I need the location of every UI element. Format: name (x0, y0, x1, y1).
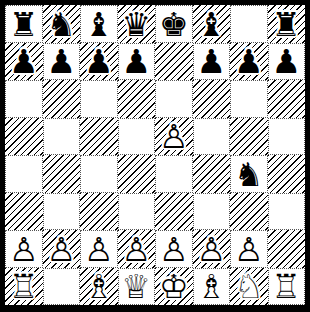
square-h1[interactable]: ♜♖ (268, 268, 306, 306)
piece-glyph: ♙ (196, 232, 226, 265)
piece-halo: ♟ (84, 232, 114, 265)
piece-glyph: ♝ (196, 7, 226, 40)
square-e3[interactable] (155, 193, 193, 231)
piece-halo: ♚ (159, 270, 189, 303)
piece-glyph: ♘ (234, 270, 264, 303)
square-h8[interactable]: ♜♜ (268, 5, 306, 43)
black-pawn-icon: ♟♟ (80, 43, 118, 81)
piece-halo: ♟ (121, 45, 151, 78)
piece-halo: ♟ (271, 45, 301, 78)
square-g8[interactable] (230, 5, 268, 43)
black-pawn-icon: ♟♟ (269, 44, 305, 80)
piece-glyph: ♞ (46, 7, 76, 40)
square-e8[interactable]: ♚♚ (155, 5, 193, 43)
piece-halo: ♟ (196, 45, 226, 78)
square-b8[interactable]: ♞♞ (43, 5, 81, 43)
piece-glyph: ♟ (271, 45, 301, 78)
square-g2[interactable]: ♟♙ (230, 230, 268, 268)
piece-halo: ♟ (159, 120, 189, 153)
chess-board: ♜♜♞♞♝♝♛♛♚♚♝♝♜♜♟♟♟♟♟♟♟♟♟♟♟♟♟♟♟♙♞♞♟♙♟♙♟♙♟♙… (5, 5, 305, 305)
piece-glyph: ♙ (46, 232, 76, 265)
square-a4[interactable] (5, 155, 43, 193)
white-queen-icon: ♛♕ (119, 269, 155, 305)
square-b4[interactable] (43, 155, 81, 193)
piece-glyph: ♔ (159, 270, 189, 303)
black-pawn-icon: ♟♟ (230, 43, 268, 81)
black-pawn-icon: ♟♟ (5, 43, 43, 81)
square-c6[interactable] (80, 80, 118, 118)
piece-halo: ♞ (234, 270, 264, 303)
square-b1[interactable] (43, 268, 81, 306)
square-d4[interactable] (118, 155, 156, 193)
square-e1[interactable]: ♚♔ (155, 268, 193, 306)
white-king-icon: ♚♔ (155, 268, 193, 306)
square-c4[interactable] (80, 155, 118, 193)
black-pawn-icon: ♟♟ (119, 44, 155, 80)
square-a8[interactable]: ♜♜ (5, 5, 43, 43)
square-a2[interactable]: ♟♙ (5, 230, 43, 268)
piece-halo: ♟ (84, 45, 114, 78)
square-c2[interactable]: ♟♙ (80, 230, 118, 268)
piece-glyph: ♖ (9, 270, 39, 303)
white-pawn-icon: ♟♙ (193, 230, 231, 268)
piece-halo: ♝ (196, 7, 226, 40)
square-b6[interactable] (43, 80, 81, 118)
square-f4[interactable] (193, 155, 231, 193)
square-b5[interactable] (43, 118, 81, 156)
black-bishop-icon: ♝♝ (81, 6, 117, 42)
square-b7[interactable]: ♟♟ (43, 43, 81, 81)
piece-halo: ♝ (84, 270, 114, 303)
piece-halo: ♟ (9, 45, 39, 78)
square-h6[interactable] (268, 80, 306, 118)
white-bishop-icon: ♝♗ (80, 268, 118, 306)
square-g6[interactable] (230, 80, 268, 118)
square-c3[interactable] (80, 193, 118, 231)
piece-halo: ♞ (46, 7, 76, 40)
piece-glyph: ♙ (9, 232, 39, 265)
black-rook-icon: ♜♜ (268, 5, 306, 43)
piece-halo: ♟ (196, 232, 226, 265)
piece-glyph: ♛ (121, 7, 151, 40)
piece-halo: ♝ (84, 7, 114, 40)
piece-glyph: ♙ (84, 232, 114, 265)
piece-halo: ♛ (121, 7, 151, 40)
piece-glyph: ♙ (159, 232, 189, 265)
piece-glyph: ♟ (234, 45, 264, 78)
piece-halo: ♟ (159, 232, 189, 265)
piece-halo: ♜ (271, 7, 301, 40)
black-pawn-icon: ♟♟ (44, 44, 80, 80)
square-e5[interactable]: ♟♙ (155, 118, 193, 156)
square-g1[interactable]: ♞♘ (230, 268, 268, 306)
square-f8[interactable]: ♝♝ (193, 5, 231, 43)
black-knight-icon: ♞♞ (43, 5, 81, 43)
square-f7[interactable]: ♟♟ (193, 43, 231, 81)
square-f6[interactable] (193, 80, 231, 118)
piece-glyph: ♗ (196, 270, 226, 303)
piece-glyph: ♟ (84, 45, 114, 78)
square-a7[interactable]: ♟♟ (5, 43, 43, 81)
piece-halo: ♟ (46, 232, 76, 265)
piece-glyph: ♙ (121, 232, 151, 265)
square-d2[interactable]: ♟♙ (118, 230, 156, 268)
square-f3[interactable] (193, 193, 231, 231)
piece-halo: ♛ (121, 270, 151, 303)
white-rook-icon: ♜♖ (5, 268, 43, 306)
piece-glyph: ♝ (84, 7, 114, 40)
square-b3[interactable] (43, 193, 81, 231)
black-knight-icon: ♞♞ (231, 156, 267, 192)
white-knight-icon: ♞♘ (230, 268, 268, 306)
black-king-icon: ♚♚ (156, 6, 192, 42)
white-pawn-icon: ♟♙ (43, 230, 81, 268)
piece-glyph: ♞ (234, 157, 264, 190)
square-c7[interactable]: ♟♟ (80, 43, 118, 81)
white-pawn-icon: ♟♙ (156, 231, 192, 267)
piece-glyph: ♟ (196, 45, 226, 78)
piece-halo: ♟ (234, 45, 264, 78)
piece-glyph: ♜ (9, 7, 39, 40)
square-h4[interactable] (268, 155, 306, 193)
piece-glyph: ♟ (121, 45, 151, 78)
square-d5[interactable] (118, 118, 156, 156)
piece-glyph: ♟ (46, 45, 76, 78)
square-f5[interactable] (193, 118, 231, 156)
black-pawn-icon: ♟♟ (194, 44, 230, 80)
white-pawn-icon: ♟♙ (6, 231, 42, 267)
square-h7[interactable]: ♟♟ (268, 43, 306, 81)
piece-halo: ♟ (46, 45, 76, 78)
piece-halo: ♜ (9, 270, 39, 303)
square-e7[interactable] (155, 43, 193, 81)
square-g4[interactable]: ♞♞ (230, 155, 268, 193)
white-pawn-icon: ♟♙ (231, 231, 267, 267)
black-bishop-icon: ♝♝ (193, 5, 231, 43)
square-e4[interactable] (155, 155, 193, 193)
square-e6[interactable] (155, 80, 193, 118)
square-d8[interactable]: ♛♛ (118, 5, 156, 43)
piece-halo: ♚ (159, 7, 189, 40)
white-pawn-icon: ♟♙ (155, 118, 193, 156)
square-d3[interactable] (118, 193, 156, 231)
square-b2[interactable]: ♟♙ (43, 230, 81, 268)
piece-halo: ♟ (121, 232, 151, 265)
piece-halo: ♟ (9, 232, 39, 265)
square-a1[interactable]: ♜♖ (5, 268, 43, 306)
piece-glyph: ♟ (9, 45, 39, 78)
piece-halo: ♜ (9, 7, 39, 40)
white-bishop-icon: ♝♗ (194, 269, 230, 305)
white-pawn-icon: ♟♙ (118, 230, 156, 268)
black-rook-icon: ♜♜ (6, 6, 42, 42)
square-a3[interactable] (5, 193, 43, 231)
square-c1[interactable]: ♝♗ (80, 268, 118, 306)
piece-halo: ♟ (234, 232, 264, 265)
square-g5[interactable] (230, 118, 268, 156)
white-pawn-icon: ♟♙ (81, 231, 117, 267)
piece-glyph: ♙ (159, 120, 189, 153)
piece-glyph: ♕ (121, 270, 151, 303)
piece-halo: ♜ (271, 270, 301, 303)
square-d1[interactable]: ♛♕ (118, 268, 156, 306)
piece-halo: ♞ (234, 157, 264, 190)
piece-glyph: ♚ (159, 7, 189, 40)
square-c5[interactable] (80, 118, 118, 156)
square-h3[interactable] (268, 193, 306, 231)
square-a6[interactable] (5, 80, 43, 118)
piece-glyph: ♗ (84, 270, 114, 303)
square-d7[interactable]: ♟♟ (118, 43, 156, 81)
black-queen-icon: ♛♛ (118, 5, 156, 43)
square-f2[interactable]: ♟♙ (193, 230, 231, 268)
square-e2[interactable]: ♟♙ (155, 230, 193, 268)
piece-glyph: ♙ (234, 232, 264, 265)
square-c8[interactable]: ♝♝ (80, 5, 118, 43)
square-g3[interactable] (230, 193, 268, 231)
square-h2[interactable] (268, 230, 306, 268)
piece-glyph: ♜ (271, 7, 301, 40)
square-a5[interactable] (5, 118, 43, 156)
square-g7[interactable]: ♟♟ (230, 43, 268, 81)
square-h5[interactable] (268, 118, 306, 156)
piece-halo: ♝ (196, 270, 226, 303)
white-rook-icon: ♜♖ (269, 269, 305, 305)
chess-diagram-frame: ♜♜♞♞♝♝♛♛♚♚♝♝♜♜♟♟♟♟♟♟♟♟♟♟♟♟♟♟♟♙♞♞♟♙♟♙♟♙♟♙… (0, 0, 310, 312)
square-f1[interactable]: ♝♗ (193, 268, 231, 306)
piece-glyph: ♖ (271, 270, 301, 303)
square-d6[interactable] (118, 80, 156, 118)
